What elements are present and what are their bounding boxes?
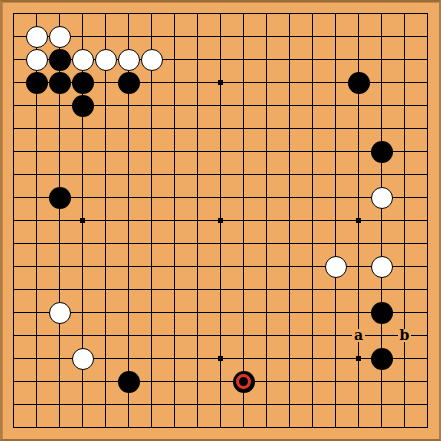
intersection-E15[interactable] [94,94,117,117]
intersection-K15[interactable] [209,94,232,117]
intersection-S3[interactable] [393,370,416,393]
intersection-M9[interactable] [255,232,278,255]
intersection-G2[interactable] [140,393,163,416]
intersection-O15[interactable] [301,94,324,117]
intersection-A15[interactable] [2,94,25,117]
intersection-R19[interactable] [370,2,393,25]
intersection-N19[interactable] [278,2,301,25]
intersection-C12[interactable] [48,163,71,186]
intersection-M11[interactable] [255,186,278,209]
intersection-P3[interactable] [324,370,347,393]
intersection-E8[interactable] [94,255,117,278]
intersection-S6[interactable] [393,301,416,324]
intersection-E9[interactable] [94,232,117,255]
intersection-A14[interactable] [2,117,25,140]
intersection-F11[interactable] [117,186,140,209]
intersection-C18[interactable] [48,25,71,48]
intersection-P18[interactable] [324,25,347,48]
intersection-S16[interactable] [393,71,416,94]
intersection-K16[interactable] [209,71,232,94]
intersection-N7[interactable] [278,278,301,301]
intersection-L6[interactable] [232,301,255,324]
intersection-G5[interactable] [140,324,163,347]
intersection-O18[interactable] [301,25,324,48]
intersection-L1[interactable] [232,416,255,439]
intersection-K13[interactable] [209,140,232,163]
intersection-B3[interactable] [25,370,48,393]
intersection-P15[interactable] [324,94,347,117]
intersection-N5[interactable] [278,324,301,347]
intersection-P6[interactable] [324,301,347,324]
intersection-K4[interactable] [209,347,232,370]
intersection-M2[interactable] [255,393,278,416]
intersection-S19[interactable] [393,2,416,25]
intersection-N4[interactable] [278,347,301,370]
intersection-L13[interactable] [232,140,255,163]
intersection-D16[interactable] [71,71,94,94]
intersection-C6[interactable] [48,301,71,324]
intersection-P10[interactable] [324,209,347,232]
intersection-N10[interactable] [278,209,301,232]
intersection-N11[interactable] [278,186,301,209]
intersection-K18[interactable] [209,25,232,48]
intersection-M4[interactable] [255,347,278,370]
intersection-L7[interactable] [232,278,255,301]
intersection-B4[interactable] [25,347,48,370]
intersection-R10[interactable] [370,209,393,232]
intersection-S10[interactable] [393,209,416,232]
intersection-J14[interactable] [186,117,209,140]
intersection-O13[interactable] [301,140,324,163]
intersection-K19[interactable] [209,2,232,25]
intersection-Q19[interactable] [347,2,370,25]
intersection-N6[interactable] [278,301,301,324]
intersection-H7[interactable] [163,278,186,301]
intersection-E10[interactable] [94,209,117,232]
intersection-G6[interactable] [140,301,163,324]
intersection-A16[interactable] [2,71,25,94]
intersection-H13[interactable] [163,140,186,163]
intersection-F5[interactable] [117,324,140,347]
intersection-D19[interactable] [71,2,94,25]
intersection-E2[interactable] [94,393,117,416]
intersection-F14[interactable] [117,117,140,140]
intersection-S9[interactable] [393,232,416,255]
intersection-M13[interactable] [255,140,278,163]
intersection-N12[interactable] [278,163,301,186]
intersection-C9[interactable] [48,232,71,255]
intersection-D18[interactable] [71,25,94,48]
intersection-A1[interactable] [2,416,25,439]
intersection-J3[interactable] [186,370,209,393]
intersection-J8[interactable] [186,255,209,278]
intersection-S8[interactable] [393,255,416,278]
intersection-M6[interactable] [255,301,278,324]
intersection-C15[interactable] [48,94,71,117]
intersection-M10[interactable] [255,209,278,232]
intersection-T14[interactable] [416,117,439,140]
intersection-Q13[interactable] [347,140,370,163]
intersection-T6[interactable] [416,301,439,324]
intersection-F16[interactable] [117,71,140,94]
intersection-T19[interactable] [416,2,439,25]
intersection-S2[interactable] [393,393,416,416]
intersection-L18[interactable] [232,25,255,48]
intersection-D9[interactable] [71,232,94,255]
intersection-Q5[interactable]: a [347,324,370,347]
intersection-B5[interactable] [25,324,48,347]
intersection-S11[interactable] [393,186,416,209]
intersection-K8[interactable] [209,255,232,278]
intersection-F3[interactable] [117,370,140,393]
intersection-E16[interactable] [94,71,117,94]
intersection-J11[interactable] [186,186,209,209]
intersection-O6[interactable] [301,301,324,324]
intersection-F8[interactable] [117,255,140,278]
intersection-G15[interactable] [140,94,163,117]
intersection-D8[interactable] [71,255,94,278]
intersection-T2[interactable] [416,393,439,416]
intersection-O9[interactable] [301,232,324,255]
intersection-K3[interactable] [209,370,232,393]
intersection-Q2[interactable] [347,393,370,416]
intersection-J5[interactable] [186,324,209,347]
intersection-K17[interactable] [209,48,232,71]
intersection-T8[interactable] [416,255,439,278]
intersection-E11[interactable] [94,186,117,209]
intersection-Q7[interactable] [347,278,370,301]
intersection-M3[interactable] [255,370,278,393]
intersection-H19[interactable] [163,2,186,25]
intersection-P17[interactable] [324,48,347,71]
intersection-E17[interactable] [94,48,117,71]
intersection-J19[interactable] [186,2,209,25]
intersection-O2[interactable] [301,393,324,416]
intersection-J15[interactable] [186,94,209,117]
intersection-C19[interactable] [48,2,71,25]
intersection-C16[interactable] [48,71,71,94]
intersection-S12[interactable] [393,163,416,186]
intersection-Q11[interactable] [347,186,370,209]
intersection-G3[interactable] [140,370,163,393]
intersection-G9[interactable] [140,232,163,255]
intersection-S15[interactable] [393,94,416,117]
intersection-K14[interactable] [209,117,232,140]
intersection-F10[interactable] [117,209,140,232]
intersection-L8[interactable] [232,255,255,278]
intersection-J12[interactable] [186,163,209,186]
intersection-N17[interactable] [278,48,301,71]
intersection-Q14[interactable] [347,117,370,140]
intersection-O10[interactable] [301,209,324,232]
intersection-G11[interactable] [140,186,163,209]
intersection-K7[interactable] [209,278,232,301]
intersection-F19[interactable] [117,2,140,25]
intersection-B13[interactable] [25,140,48,163]
intersection-A9[interactable] [2,232,25,255]
intersection-T12[interactable] [416,163,439,186]
intersection-Q9[interactable] [347,232,370,255]
intersection-R6[interactable] [370,301,393,324]
intersection-R5[interactable] [370,324,393,347]
intersection-B6[interactable] [25,301,48,324]
intersection-E19[interactable] [94,2,117,25]
intersection-A7[interactable] [2,278,25,301]
intersection-Q18[interactable] [347,25,370,48]
intersection-D14[interactable] [71,117,94,140]
intersection-D13[interactable] [71,140,94,163]
intersection-F18[interactable] [117,25,140,48]
intersection-R2[interactable] [370,393,393,416]
intersection-H9[interactable] [163,232,186,255]
intersection-E7[interactable] [94,278,117,301]
intersection-G13[interactable] [140,140,163,163]
intersection-O17[interactable] [301,48,324,71]
intersection-O11[interactable] [301,186,324,209]
intersection-H17[interactable] [163,48,186,71]
intersection-L14[interactable] [232,117,255,140]
intersection-Q4[interactable] [347,347,370,370]
intersection-R13[interactable] [370,140,393,163]
intersection-Q3[interactable] [347,370,370,393]
intersection-A3[interactable] [2,370,25,393]
intersection-T10[interactable] [416,209,439,232]
intersection-A5[interactable] [2,324,25,347]
intersection-T3[interactable] [416,370,439,393]
intersection-P19[interactable] [324,2,347,25]
intersection-D6[interactable] [71,301,94,324]
intersection-T18[interactable] [416,25,439,48]
intersection-M12[interactable] [255,163,278,186]
intersection-J18[interactable] [186,25,209,48]
intersection-P5[interactable] [324,324,347,347]
intersection-R12[interactable] [370,163,393,186]
intersection-G10[interactable] [140,209,163,232]
intersection-L15[interactable] [232,94,255,117]
intersection-M8[interactable] [255,255,278,278]
intersection-H15[interactable] [163,94,186,117]
intersection-B9[interactable] [25,232,48,255]
intersection-K5[interactable] [209,324,232,347]
intersection-F2[interactable] [117,393,140,416]
intersection-O8[interactable] [301,255,324,278]
intersection-M16[interactable] [255,71,278,94]
intersection-T9[interactable] [416,232,439,255]
intersection-C1[interactable] [48,416,71,439]
intersection-N8[interactable] [278,255,301,278]
intersection-O7[interactable] [301,278,324,301]
intersection-Q16[interactable] [347,71,370,94]
intersection-P7[interactable] [324,278,347,301]
intersection-P4[interactable] [324,347,347,370]
intersection-T13[interactable] [416,140,439,163]
intersection-L12[interactable] [232,163,255,186]
intersection-M1[interactable] [255,416,278,439]
intersection-M17[interactable] [255,48,278,71]
intersection-R17[interactable] [370,48,393,71]
intersection-Q8[interactable] [347,255,370,278]
intersection-S5[interactable]: b [393,324,416,347]
intersection-K9[interactable] [209,232,232,255]
intersection-B19[interactable] [25,2,48,25]
intersection-O1[interactable] [301,416,324,439]
intersection-B17[interactable] [25,48,48,71]
intersection-N2[interactable] [278,393,301,416]
intersection-T15[interactable] [416,94,439,117]
intersection-D10[interactable] [71,209,94,232]
intersection-C10[interactable] [48,209,71,232]
intersection-H2[interactable] [163,393,186,416]
intersection-T5[interactable] [416,324,439,347]
intersection-B11[interactable] [25,186,48,209]
intersection-M14[interactable] [255,117,278,140]
intersection-A17[interactable] [2,48,25,71]
intersection-E12[interactable] [94,163,117,186]
intersection-B15[interactable] [25,94,48,117]
intersection-L16[interactable] [232,71,255,94]
intersection-S17[interactable] [393,48,416,71]
intersection-C8[interactable] [48,255,71,278]
intersection-M7[interactable] [255,278,278,301]
intersection-Q1[interactable] [347,416,370,439]
intersection-N13[interactable] [278,140,301,163]
intersection-G16[interactable] [140,71,163,94]
intersection-B10[interactable] [25,209,48,232]
intersection-D1[interactable] [71,416,94,439]
intersection-D11[interactable] [71,186,94,209]
intersection-S18[interactable] [393,25,416,48]
intersection-F1[interactable] [117,416,140,439]
intersection-R1[interactable] [370,416,393,439]
intersection-T11[interactable] [416,186,439,209]
intersection-T16[interactable] [416,71,439,94]
intersection-A10[interactable] [2,209,25,232]
intersection-O3[interactable] [301,370,324,393]
intersection-C5[interactable] [48,324,71,347]
intersection-F12[interactable] [117,163,140,186]
intersection-O4[interactable] [301,347,324,370]
intersection-B14[interactable] [25,117,48,140]
intersection-P14[interactable] [324,117,347,140]
intersection-M19[interactable] [255,2,278,25]
intersection-G8[interactable] [140,255,163,278]
intersection-F15[interactable] [117,94,140,117]
intersection-L5[interactable] [232,324,255,347]
intersection-L17[interactable] [232,48,255,71]
intersection-F6[interactable] [117,301,140,324]
intersection-R7[interactable] [370,278,393,301]
intersection-C7[interactable] [48,278,71,301]
intersection-A13[interactable] [2,140,25,163]
intersection-E4[interactable] [94,347,117,370]
intersection-H5[interactable] [163,324,186,347]
intersection-P13[interactable] [324,140,347,163]
intersection-N18[interactable] [278,25,301,48]
intersection-R3[interactable] [370,370,393,393]
intersection-N14[interactable] [278,117,301,140]
intersection-D7[interactable] [71,278,94,301]
intersection-S1[interactable] [393,416,416,439]
intersection-F9[interactable] [117,232,140,255]
intersection-N16[interactable] [278,71,301,94]
intersection-P11[interactable] [324,186,347,209]
intersection-N9[interactable] [278,232,301,255]
intersection-C3[interactable] [48,370,71,393]
intersection-J13[interactable] [186,140,209,163]
intersection-C17[interactable] [48,48,71,71]
intersection-K2[interactable] [209,393,232,416]
intersection-M5[interactable] [255,324,278,347]
intersection-P16[interactable] [324,71,347,94]
intersection-L9[interactable] [232,232,255,255]
intersection-T17[interactable] [416,48,439,71]
intersection-S14[interactable] [393,117,416,140]
intersection-P2[interactable] [324,393,347,416]
intersection-H1[interactable] [163,416,186,439]
intersection-M15[interactable] [255,94,278,117]
intersection-J9[interactable] [186,232,209,255]
intersection-D15[interactable] [71,94,94,117]
intersection-C14[interactable] [48,117,71,140]
intersection-R15[interactable] [370,94,393,117]
intersection-R8[interactable] [370,255,393,278]
intersection-B18[interactable] [25,25,48,48]
intersection-E1[interactable] [94,416,117,439]
intersection-E18[interactable] [94,25,117,48]
intersection-Q10[interactable] [347,209,370,232]
intersection-N3[interactable] [278,370,301,393]
intersection-R18[interactable] [370,25,393,48]
intersection-H16[interactable] [163,71,186,94]
intersection-G18[interactable] [140,25,163,48]
intersection-G4[interactable] [140,347,163,370]
intersection-R11[interactable] [370,186,393,209]
intersection-T7[interactable] [416,278,439,301]
intersection-H8[interactable] [163,255,186,278]
intersection-J17[interactable] [186,48,209,71]
intersection-H18[interactable] [163,25,186,48]
intersection-H4[interactable] [163,347,186,370]
intersection-J2[interactable] [186,393,209,416]
intersection-J4[interactable] [186,347,209,370]
intersection-K1[interactable] [209,416,232,439]
intersection-C13[interactable] [48,140,71,163]
intersection-J6[interactable] [186,301,209,324]
intersection-S7[interactable] [393,278,416,301]
intersection-T1[interactable] [416,416,439,439]
intersection-T4[interactable] [416,347,439,370]
intersection-G17[interactable] [140,48,163,71]
intersection-C4[interactable] [48,347,71,370]
intersection-Q15[interactable] [347,94,370,117]
intersection-K6[interactable] [209,301,232,324]
intersection-G14[interactable] [140,117,163,140]
intersection-G7[interactable] [140,278,163,301]
intersection-A8[interactable] [2,255,25,278]
intersection-E3[interactable] [94,370,117,393]
intersection-Q12[interactable] [347,163,370,186]
intersection-D3[interactable] [71,370,94,393]
intersection-M18[interactable] [255,25,278,48]
intersection-P1[interactable] [324,416,347,439]
intersection-Q17[interactable] [347,48,370,71]
intersection-H12[interactable] [163,163,186,186]
intersection-F4[interactable] [117,347,140,370]
intersection-A19[interactable] [2,2,25,25]
intersection-R4[interactable] [370,347,393,370]
intersection-O5[interactable] [301,324,324,347]
intersection-A11[interactable] [2,186,25,209]
